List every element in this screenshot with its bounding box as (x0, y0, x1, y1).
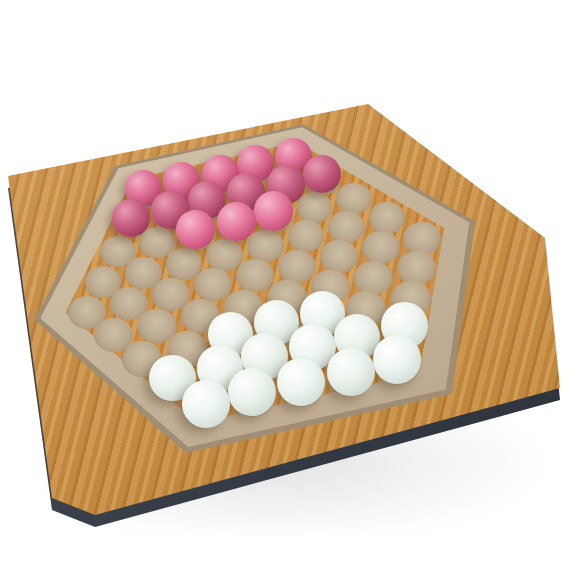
pink-marble-r2c6[interactable] (303, 155, 341, 193)
white-marble-r9c4[interactable] (327, 348, 375, 396)
pink-marble-r3c4[interactable] (217, 202, 256, 241)
pink-marble-r3c3[interactable] (176, 210, 215, 249)
white-marble-r9c5[interactable] (373, 335, 421, 383)
white-marble-r9c1[interactable] (182, 380, 230, 428)
white-marble-r9c3[interactable] (277, 358, 325, 406)
pink-marble-r3c5[interactable] (254, 191, 293, 230)
scene (0, 0, 580, 580)
white-marble-r9c2[interactable] (228, 368, 276, 416)
pink-marble-r2c1[interactable] (112, 199, 150, 237)
marbles-layer (0, 0, 580, 580)
